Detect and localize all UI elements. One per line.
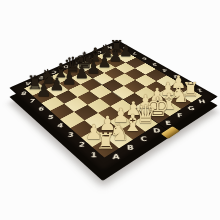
file-label: C bbox=[140, 136, 147, 142]
file-label: B bbox=[38, 75, 45, 79]
file-label: E bbox=[75, 60, 80, 64]
rank-label: 5 bbox=[47, 115, 54, 120]
rank-label: 7 bbox=[29, 99, 36, 104]
rank-label: 2 bbox=[184, 81, 190, 85]
file-label: H bbox=[197, 99, 205, 104]
rank-label: 6 bbox=[141, 57, 146, 61]
file-label: G bbox=[96, 50, 102, 53]
rank-label: 3 bbox=[173, 75, 179, 79]
rank-label: 4 bbox=[162, 68, 168, 72]
rank-label: 7 bbox=[132, 51, 137, 54]
rank-label: 1 bbox=[196, 88, 203, 92]
file-label: F bbox=[86, 55, 91, 59]
file-label: E bbox=[165, 120, 172, 126]
rank-label: 5 bbox=[151, 62, 156, 66]
rank-label: 4 bbox=[57, 123, 64, 129]
file-label: B bbox=[127, 144, 134, 150]
file-label: C bbox=[51, 70, 57, 74]
rank-label: 2 bbox=[78, 142, 85, 148]
rank-label: 3 bbox=[67, 132, 74, 138]
file-label: G bbox=[187, 106, 195, 111]
rank-label: 1 bbox=[90, 152, 97, 159]
file-label: D bbox=[152, 128, 160, 134]
file-label: D bbox=[62, 65, 68, 69]
file-label: F bbox=[176, 113, 183, 118]
rank-label: 6 bbox=[37, 107, 44, 112]
file-label: H bbox=[106, 46, 111, 49]
rank-label: 8 bbox=[20, 92, 27, 97]
scene: A1A1B2B2C3C3D4D4E5E5F6F6G7G7H8H8 ♜♞♟♝♟♚♟… bbox=[0, 0, 220, 220]
file-label: A bbox=[25, 81, 32, 85]
board-plate: A1A1B2B2C3C3D4D4E5E5F6F6G7G7H8H8 bbox=[9, 40, 218, 172]
file-label: A bbox=[112, 153, 119, 160]
rank-label: 8 bbox=[123, 46, 128, 49]
